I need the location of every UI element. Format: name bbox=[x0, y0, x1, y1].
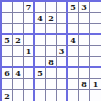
cell-r1c6-empty[interactable] bbox=[57, 2, 68, 13]
cell-r1c8-given[interactable]: 3 bbox=[79, 2, 90, 13]
cell-r1c4-empty[interactable] bbox=[35, 2, 46, 13]
sudoku-board: 75342524138645812 bbox=[0, 0, 101, 101]
cell-r4c4-empty[interactable] bbox=[35, 35, 46, 46]
cell-r5c8-empty[interactable] bbox=[79, 46, 90, 57]
cell-r8c2-empty[interactable] bbox=[13, 79, 24, 90]
cell-r8c6-empty[interactable] bbox=[57, 79, 68, 90]
cell-r6c2-empty[interactable] bbox=[13, 57, 24, 68]
cell-r4c1-given[interactable]: 5 bbox=[2, 35, 13, 46]
cell-r4c6-empty[interactable] bbox=[57, 35, 68, 46]
cell-r6c8-empty[interactable] bbox=[79, 57, 90, 68]
cell-r9c4-empty[interactable] bbox=[35, 90, 46, 101]
cell-r7c7-empty[interactable] bbox=[68, 68, 79, 79]
cell-r9c8-empty[interactable] bbox=[79, 90, 90, 101]
cell-r6c7-empty[interactable] bbox=[68, 57, 79, 68]
cell-r6c4-empty[interactable] bbox=[35, 57, 46, 68]
cell-r7c8-empty[interactable] bbox=[79, 68, 90, 79]
sudoku-board-wrap: 75342524138645812 bbox=[0, 0, 101, 101]
cell-r2c5-given[interactable]: 2 bbox=[46, 13, 57, 24]
cell-r4c9-empty[interactable] bbox=[90, 35, 101, 46]
cell-r8c4-empty[interactable] bbox=[35, 79, 46, 90]
cell-r9c3-empty[interactable] bbox=[24, 90, 35, 101]
cell-r9c9-empty[interactable] bbox=[90, 90, 101, 101]
cell-r6c6-empty[interactable] bbox=[57, 57, 68, 68]
cell-r5c9-empty[interactable] bbox=[90, 46, 101, 57]
cell-r3c8-empty[interactable] bbox=[79, 24, 90, 35]
cell-r5c1-empty[interactable] bbox=[2, 46, 13, 57]
cell-r4c2-given[interactable]: 2 bbox=[13, 35, 24, 46]
cell-r3c6-empty[interactable] bbox=[57, 24, 68, 35]
cell-r6c1-empty[interactable] bbox=[2, 57, 13, 68]
cell-r2c9-empty[interactable] bbox=[90, 13, 101, 24]
cell-r4c7-given[interactable]: 4 bbox=[68, 35, 79, 46]
cell-r1c3-given[interactable]: 7 bbox=[24, 2, 35, 13]
cell-r8c7-empty[interactable] bbox=[68, 79, 79, 90]
cell-r5c6-given[interactable]: 3 bbox=[57, 46, 68, 57]
cell-r5c3-given[interactable]: 1 bbox=[24, 46, 35, 57]
cell-r2c7-empty[interactable] bbox=[68, 13, 79, 24]
cell-r2c3-empty[interactable] bbox=[24, 13, 35, 24]
cell-r7c5-empty[interactable] bbox=[46, 68, 57, 79]
cell-r8c1-empty[interactable] bbox=[2, 79, 13, 90]
cell-r3c2-empty[interactable] bbox=[13, 24, 24, 35]
cell-r4c5-empty[interactable] bbox=[46, 35, 57, 46]
cell-r8c5-empty[interactable] bbox=[46, 79, 57, 90]
cell-r9c6-empty[interactable] bbox=[57, 90, 68, 101]
cell-r8c9-given[interactable]: 1 bbox=[90, 79, 101, 90]
cell-r6c5-given[interactable]: 8 bbox=[46, 57, 57, 68]
cell-r1c9-empty[interactable] bbox=[90, 2, 101, 13]
cell-r6c9-empty[interactable] bbox=[90, 57, 101, 68]
cell-r2c1-empty[interactable] bbox=[2, 13, 13, 24]
cell-r9c2-empty[interactable] bbox=[13, 90, 24, 101]
cell-r1c1-empty[interactable] bbox=[2, 2, 13, 13]
cell-r9c5-empty[interactable] bbox=[46, 90, 57, 101]
cell-r2c2-empty[interactable] bbox=[13, 13, 24, 24]
cell-r1c2-empty[interactable] bbox=[13, 2, 24, 13]
cell-r7c3-empty[interactable] bbox=[24, 68, 35, 79]
cell-r5c7-empty[interactable] bbox=[68, 46, 79, 57]
cell-r6c3-empty[interactable] bbox=[24, 57, 35, 68]
cell-r7c4-given[interactable]: 5 bbox=[35, 68, 46, 79]
cell-r5c4-empty[interactable] bbox=[35, 46, 46, 57]
cell-r4c3-empty[interactable] bbox=[24, 35, 35, 46]
cell-r2c6-empty[interactable] bbox=[57, 13, 68, 24]
cell-r9c1-given[interactable]: 2 bbox=[2, 90, 13, 101]
cell-r3c1-empty[interactable] bbox=[2, 24, 13, 35]
cell-r1c7-given[interactable]: 5 bbox=[68, 2, 79, 13]
cell-r8c8-given[interactable]: 8 bbox=[79, 79, 90, 90]
cell-r2c8-empty[interactable] bbox=[79, 13, 90, 24]
cell-r9c7-empty[interactable] bbox=[68, 90, 79, 101]
cell-r7c1-given[interactable]: 6 bbox=[2, 68, 13, 79]
cell-r5c5-empty[interactable] bbox=[46, 46, 57, 57]
cell-r1c5-empty[interactable] bbox=[46, 2, 57, 13]
cell-r7c9-empty[interactable] bbox=[90, 68, 101, 79]
cell-r5c2-empty[interactable] bbox=[13, 46, 24, 57]
cell-r3c9-empty[interactable] bbox=[90, 24, 101, 35]
cell-r3c4-empty[interactable] bbox=[35, 24, 46, 35]
cell-r7c2-given[interactable]: 4 bbox=[13, 68, 24, 79]
cell-r7c6-empty[interactable] bbox=[57, 68, 68, 79]
cell-r8c3-empty[interactable] bbox=[24, 79, 35, 90]
cell-r2c4-given[interactable]: 4 bbox=[35, 13, 46, 24]
cell-r3c7-empty[interactable] bbox=[68, 24, 79, 35]
cell-r3c5-empty[interactable] bbox=[46, 24, 57, 35]
cell-r4c8-empty[interactable] bbox=[79, 35, 90, 46]
cell-r3c3-empty[interactable] bbox=[24, 24, 35, 35]
